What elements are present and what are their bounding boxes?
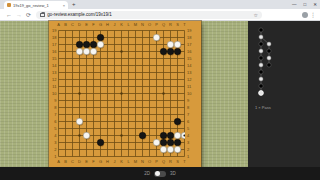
address-bar[interactable]: go-review.example.com/19x19/1 ☆: [36, 11, 262, 20]
coord-label: 3: [187, 141, 195, 145]
stone-black-F17[interactable]: [90, 41, 97, 48]
stone-white-S4[interactable]: [174, 132, 181, 139]
game-tree: [248, 21, 320, 167]
star-point: [120, 92, 122, 94]
stone-black-R16[interactable]: [167, 48, 174, 55]
pass-count-label: 1 × Pass: [255, 105, 271, 110]
minimize-button[interactable]: —: [292, 0, 297, 9]
window-controls: — □ ✕: [292, 0, 317, 9]
coord-label: 14: [50, 64, 57, 68]
coord-label: 5: [187, 127, 195, 131]
stone-black-S16[interactable]: [174, 48, 181, 55]
coord-label: K: [119, 160, 125, 164]
coord-label: P: [154, 23, 160, 27]
stone-white-S2[interactable]: [174, 146, 181, 153]
stone-white-F16[interactable]: [90, 48, 97, 55]
coord-label: 2: [50, 148, 57, 152]
coord-label: 16: [187, 50, 195, 54]
stone-black-Q4[interactable]: [160, 132, 167, 139]
coord-label: 7: [187, 113, 195, 117]
coord-label: E: [84, 160, 90, 164]
tree-node[interactable]: [259, 91, 264, 96]
browser-window: 19x19_go_review_1 × + — □ ✕ ← → ⟳ go-rev…: [0, 0, 320, 180]
coord-label: M: [133, 23, 139, 27]
tree-node[interactable]: [259, 42, 263, 46]
tree-node[interactable]: [259, 56, 263, 60]
game-tree-panel: 1 × Pass: [248, 21, 320, 167]
coord-label: 8: [50, 106, 57, 110]
coord-label: 4: [50, 134, 57, 138]
tree-node[interactable]: [259, 63, 263, 67]
coord-label: 18: [187, 36, 195, 40]
coord-label: 9: [50, 99, 57, 103]
coord-label: 17: [50, 43, 57, 47]
coord-label: S: [175, 160, 181, 164]
coord-label: T: [182, 160, 188, 164]
coord-label: 2: [187, 148, 195, 152]
coord-label: H: [105, 23, 111, 27]
stone-white-G17[interactable]: [97, 41, 104, 48]
tatami-background: AABBCCDDEEFFGGHHJJKKLLMMNNOOPPQQRRSSTT19…: [0, 21, 320, 167]
maximize-button[interactable]: □: [304, 0, 307, 9]
coord-label: 1: [50, 155, 57, 159]
stone-white-R2[interactable]: [167, 146, 174, 153]
coord-label: 6: [187, 120, 195, 124]
star-point: [78, 92, 80, 94]
back-button[interactable]: ←: [6, 11, 12, 20]
coord-label: M: [133, 160, 139, 164]
coord-label: 15: [50, 57, 57, 61]
coord-label: A: [56, 160, 62, 164]
coord-label: Q: [161, 23, 167, 27]
coord-label: R: [168, 23, 174, 27]
forward-button[interactable]: →: [16, 11, 22, 20]
tree-node[interactable]: [267, 42, 271, 46]
stone-black-R4[interactable]: [167, 132, 174, 139]
browser-tab[interactable]: 19x19_go_review_1 ×: [4, 1, 68, 9]
coord-label: 5: [50, 127, 57, 131]
coord-label: L: [126, 160, 132, 164]
coord-label: Q: [161, 160, 167, 164]
coord-label: B: [63, 160, 69, 164]
coord-label: 9: [187, 99, 195, 103]
coord-label: 14: [187, 64, 195, 68]
coord-label: 6: [50, 120, 57, 124]
coord-label: 3: [50, 141, 57, 145]
coord-label: 13: [187, 71, 195, 75]
star-point: [78, 134, 80, 136]
toggle-knob: [155, 171, 160, 176]
coord-label: E: [84, 23, 90, 27]
tab-close-icon[interactable]: ×: [63, 3, 65, 8]
coord-label: G: [98, 160, 104, 164]
stone-black-D17[interactable]: [76, 41, 83, 48]
tree-node[interactable]: [259, 35, 263, 39]
coord-label: L: [126, 23, 132, 27]
stone-white-P18[interactable]: [153, 34, 160, 41]
stone-black-E17[interactable]: [83, 41, 90, 48]
stone-white-D16[interactable]: [76, 48, 83, 55]
stone-black-G3[interactable]: [97, 139, 104, 146]
coord-label: O: [147, 23, 153, 27]
browser-menu-icon[interactable]: ⋮: [310, 11, 316, 20]
coord-label: S: [175, 23, 181, 27]
tree-node[interactable]: [259, 70, 263, 74]
coord-label: N: [140, 160, 146, 164]
coord-label: 17: [187, 43, 195, 47]
toggle-left-label: 2D: [144, 171, 150, 176]
coord-label: D: [77, 23, 83, 27]
new-tab-button[interactable]: +: [72, 0, 76, 9]
stone-black-N4[interactable]: [139, 132, 146, 139]
stone-white-S17[interactable]: [174, 41, 181, 48]
stone-black-G18[interactable]: [97, 34, 104, 41]
lock-icon: [40, 13, 45, 17]
browser-toolbar: ← → ⟳ go-review.example.com/19x19/1 ☆ ⋮: [0, 9, 320, 21]
bookmark-star-icon[interactable]: ☆: [254, 12, 258, 18]
coord-label: H: [105, 160, 111, 164]
coord-label: 4: [187, 134, 195, 138]
stone-white-D6[interactable]: [76, 118, 83, 125]
coord-label: C: [70, 160, 76, 164]
coord-label: 18: [50, 36, 57, 40]
bottom-toolbar: 2D 3D: [0, 167, 320, 180]
tree-node[interactable]: [259, 28, 263, 32]
coord-label: K: [119, 23, 125, 27]
reload-button[interactable]: ⟳: [26, 11, 31, 20]
coord-label: 10: [50, 92, 57, 96]
coord-label: 8: [187, 106, 195, 110]
board-grid[interactable]: [58, 30, 185, 157]
coord-label: T: [182, 23, 188, 27]
coord-label: A: [56, 23, 62, 27]
coord-label: 10: [187, 92, 195, 96]
stone-white-E16[interactable]: [83, 48, 90, 55]
coord-label: B: [63, 23, 69, 27]
toggle-right-label: 3D: [170, 171, 176, 176]
coord-label: O: [147, 160, 153, 164]
view-toggle-switch[interactable]: [154, 171, 166, 177]
stone-black-R3[interactable]: [167, 139, 174, 146]
coord-label: 19: [50, 29, 57, 33]
stone-white-Q2[interactable]: [160, 146, 167, 153]
coord-label: J: [112, 23, 118, 27]
stone-black-S3[interactable]: [174, 139, 181, 146]
coord-label: 16: [50, 50, 57, 54]
stone-black-Q16[interactable]: [160, 48, 167, 55]
coord-label: F: [91, 160, 97, 164]
coord-label: D: [77, 160, 83, 164]
coord-label: G: [98, 23, 104, 27]
stone-black-S6[interactable]: [174, 118, 181, 125]
stone-white-R17[interactable]: [167, 41, 174, 48]
close-button[interactable]: ✕: [313, 0, 317, 9]
coord-label: C: [70, 23, 76, 27]
tree-node[interactable]: [267, 49, 271, 53]
coord-label: 12: [187, 78, 195, 82]
star-point: [120, 50, 122, 52]
tab-title: 19x19_go_review_1: [13, 3, 61, 8]
coord-label: R: [168, 160, 174, 164]
go-board: AABBCCDDEEFFGGHHJJKKLLMMNNOOPPQQRRSSTT19…: [49, 21, 201, 167]
coord-label: 12: [50, 78, 57, 82]
coord-label: 7: [50, 113, 57, 117]
stone-white-P3[interactable]: [153, 139, 160, 146]
coord-label: P: [154, 160, 160, 164]
stone-black-Q3[interactable]: [160, 139, 167, 146]
tree-node[interactable]: [259, 49, 263, 53]
coord-label: 1: [187, 155, 195, 159]
star-point: [162, 92, 164, 94]
coord-label: F: [91, 23, 97, 27]
star-point: [120, 134, 122, 136]
tree-node[interactable]: [259, 77, 263, 81]
coord-label: 13: [50, 71, 57, 75]
coord-label: 15: [187, 57, 195, 61]
coord-label: N: [140, 23, 146, 27]
url-text: go-review.example.com/19x19/1: [47, 12, 253, 17]
coord-label: 11: [187, 85, 195, 89]
coord-label: J: [112, 160, 118, 164]
stone-white-E4[interactable]: [83, 132, 90, 139]
board-grid-area[interactable]: [58, 30, 185, 157]
favicon-icon: [7, 3, 11, 7]
tree-node[interactable]: [259, 84, 263, 88]
profile-avatar[interactable]: [302, 12, 309, 19]
coord-label: 19: [187, 29, 195, 33]
tree-node[interactable]: [267, 63, 271, 67]
coord-label: 11: [50, 85, 57, 89]
tree-node[interactable]: [267, 56, 271, 60]
tab-strip: 19x19_go_review_1 × + — □ ✕: [0, 0, 320, 9]
